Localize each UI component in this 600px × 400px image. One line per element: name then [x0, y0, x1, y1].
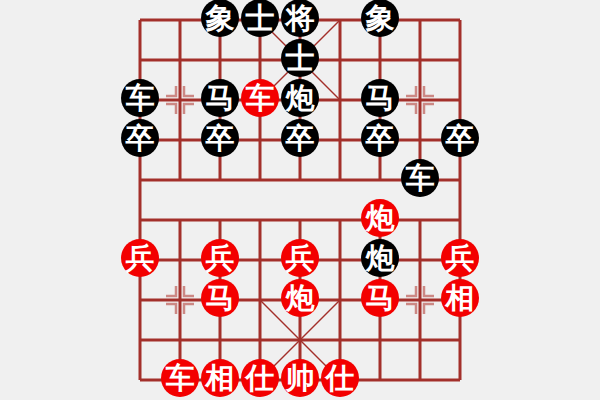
black-chariot[interactable]: 车: [401, 159, 439, 197]
red-cannon[interactable]: 炮: [281, 279, 319, 317]
black-elephant[interactable]: 象: [201, 0, 239, 37]
red-cannon[interactable]: 炮: [361, 199, 399, 237]
black-soldier[interactable]: 卒: [121, 119, 159, 157]
red-chariot[interactable]: 车: [161, 359, 199, 397]
black-chariot[interactable]: 车: [121, 79, 159, 117]
black-soldier[interactable]: 卒: [361, 119, 399, 157]
red-horse[interactable]: 马: [201, 279, 239, 317]
red-chariot[interactable]: 车: [241, 79, 279, 117]
black-horse[interactable]: 马: [361, 79, 399, 117]
black-advisor[interactable]: 士: [281, 39, 319, 77]
black-cannon[interactable]: 炮: [281, 79, 319, 117]
black-soldier[interactable]: 卒: [441, 119, 479, 157]
black-horse[interactable]: 马: [201, 79, 239, 117]
pieces-layer: 象士将象士车马车炮马卒卒卒卒卒车炮兵兵兵炮兵马炮马相车相仕帅仕: [0, 0, 600, 400]
red-elephant[interactable]: 相: [441, 279, 479, 317]
red-advisor[interactable]: 仕: [321, 359, 359, 397]
black-soldier[interactable]: 卒: [281, 119, 319, 157]
red-soldier[interactable]: 兵: [281, 239, 319, 277]
xiangqi-screen: 象士将象士车马车炮马卒卒卒卒卒车炮兵兵兵炮兵马炮马相车相仕帅仕: [0, 0, 600, 400]
red-horse[interactable]: 马: [361, 279, 399, 317]
red-general[interactable]: 帅: [281, 359, 319, 397]
red-soldier[interactable]: 兵: [121, 239, 159, 277]
xiangqi-board[interactable]: 象士将象士车马车炮马卒卒卒卒卒车炮兵兵兵炮兵马炮马相车相仕帅仕: [0, 0, 600, 400]
black-cannon[interactable]: 炮: [361, 239, 399, 277]
black-elephant[interactable]: 象: [361, 0, 399, 37]
red-elephant[interactable]: 相: [201, 359, 239, 397]
red-soldier[interactable]: 兵: [441, 239, 479, 277]
red-soldier[interactable]: 兵: [201, 239, 239, 277]
black-soldier[interactable]: 卒: [201, 119, 239, 157]
black-advisor[interactable]: 士: [241, 0, 279, 37]
red-advisor[interactable]: 仕: [241, 359, 279, 397]
black-general[interactable]: 将: [281, 0, 319, 37]
